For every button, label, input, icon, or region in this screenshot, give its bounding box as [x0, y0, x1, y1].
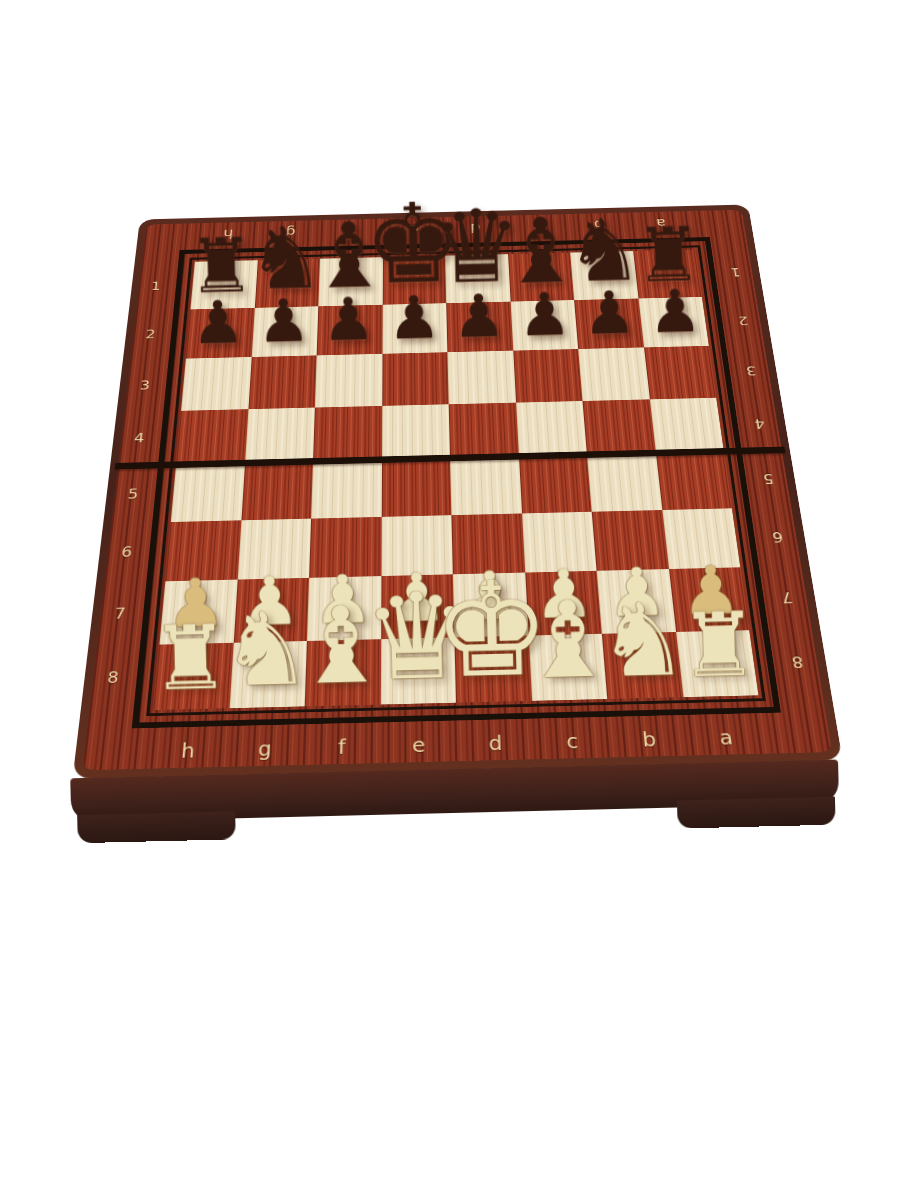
dark-pawn-c2: ♟: [517, 285, 571, 345]
dark-pawn-h2: ♟: [191, 293, 245, 353]
file-label-top-h: h: [197, 224, 260, 243]
dark-pawn-a2: ♟: [648, 282, 702, 342]
file-label-top-e: e: [383, 220, 445, 239]
file-label-top-g: g: [259, 223, 322, 242]
file-label-top-d: d: [444, 218, 506, 237]
light-knight-b8: ♞: [597, 589, 690, 693]
file-label-top-c: c: [506, 217, 569, 236]
board-tilt-plane: hgfedcba hgfedcba 12345678 12345678 ♜♞♝♚…: [72, 205, 842, 780]
file-label-top-b: b: [567, 215, 630, 234]
pieces-layer: ♜♞♝♚♛♝♞♜♟♟♟♟♟♟♟♟♟♟♟♟♟♟♟♟♜♞♝♛♚♝♞♜: [153, 249, 758, 710]
light-rook-a8: ♜: [678, 601, 759, 691]
file-label-top-f: f: [321, 221, 383, 240]
chess-set-photo: hgfedcba hgfedcba 12345678 12345678 ♜♞♝♚…: [0, 0, 900, 1200]
dark-pawn-b2: ♟: [582, 284, 636, 344]
dark-pawn-e2: ♟: [387, 288, 441, 348]
board-scene: hgfedcba hgfedcba 12345678 12345678 ♜♞♝♚…: [102, 110, 798, 806]
light-rook-h8: ♜: [150, 614, 231, 704]
dark-pawn-f2: ♟: [322, 290, 376, 350]
dark-pawn-g2: ♟: [256, 292, 310, 352]
rank-label-left-1: 1: [141, 262, 170, 310]
box-foot-right: [677, 797, 836, 829]
dark-pawn-d2: ♟: [452, 287, 506, 347]
file-label-top-a: a: [629, 214, 693, 233]
box-foot-left: [77, 811, 236, 843]
